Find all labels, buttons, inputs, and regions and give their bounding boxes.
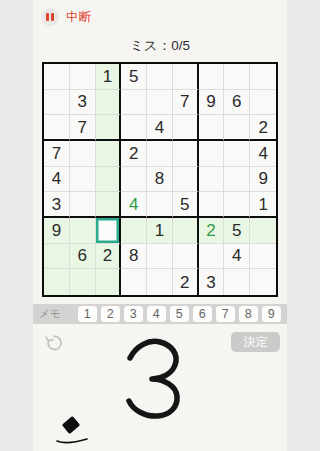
- cell-r7c3[interactable]: [96, 218, 122, 244]
- memo-number-3[interactable]: 3: [124, 306, 144, 322]
- cell-r1c1[interactable]: [44, 64, 70, 90]
- cell-r7c8[interactable]: 5: [224, 218, 250, 244]
- cell-r1c3[interactable]: 1: [96, 64, 122, 90]
- cell-r2c2[interactable]: 3: [70, 90, 96, 116]
- cell-r4c5[interactable]: [147, 141, 173, 167]
- cell-r7c7[interactable]: 2: [199, 218, 225, 244]
- memo-number-9[interactable]: 9: [262, 306, 282, 322]
- cell-r6c7[interactable]: [199, 192, 225, 218]
- cell-r4c7[interactable]: [199, 141, 225, 167]
- cell-r9c3[interactable]: [96, 269, 122, 295]
- cell-r3c8[interactable]: [224, 115, 250, 141]
- cell-r6c9[interactable]: 1: [250, 192, 276, 218]
- cell-r5c4[interactable]: [121, 167, 147, 193]
- cell-r2c4[interactable]: [121, 90, 147, 116]
- cell-r8c7[interactable]: [199, 244, 225, 270]
- cell-r5c6[interactable]: [173, 167, 199, 193]
- confirm-label: 決定: [243, 334, 268, 351]
- cell-r8c4[interactable]: 8: [121, 244, 147, 270]
- cell-r6c6[interactable]: 5: [173, 192, 199, 218]
- cell-r2c5[interactable]: [147, 90, 173, 116]
- cell-r1c8[interactable]: [224, 64, 250, 90]
- cell-r2c1[interactable]: [44, 90, 70, 116]
- cell-r5c3[interactable]: [96, 167, 122, 193]
- cell-r8c6[interactable]: [173, 244, 199, 270]
- cell-r1c5[interactable]: [147, 64, 173, 90]
- cell-r4c2[interactable]: [70, 141, 96, 167]
- cell-r3c3[interactable]: [96, 115, 122, 141]
- cell-r1c6[interactable]: [173, 64, 199, 90]
- cell-r1c7[interactable]: [199, 64, 225, 90]
- cell-r4c1[interactable]: 7: [44, 141, 70, 167]
- cell-r3c6[interactable]: [173, 115, 199, 141]
- cell-r4c3[interactable]: [96, 141, 122, 167]
- confirm-button[interactable]: 決定: [231, 332, 280, 352]
- cell-r7c9[interactable]: [250, 218, 276, 244]
- cell-r6c4[interactable]: 4: [121, 192, 147, 218]
- cell-r6c3[interactable]: [96, 192, 122, 218]
- cell-r9c2[interactable]: [70, 269, 96, 295]
- undo-icon: [43, 332, 65, 354]
- cell-r7c6[interactable]: [173, 218, 199, 244]
- cell-r8c2[interactable]: 6: [70, 244, 96, 270]
- memo-number-4[interactable]: 4: [147, 306, 167, 322]
- cell-r8c8[interactable]: 4: [224, 244, 250, 270]
- memo-number-1[interactable]: 1: [78, 306, 98, 322]
- cell-r9c1[interactable]: [44, 269, 70, 295]
- cell-r1c4[interactable]: 5: [121, 64, 147, 90]
- cell-r5c9[interactable]: 9: [250, 167, 276, 193]
- memo-number-2[interactable]: 2: [101, 306, 121, 322]
- cell-r9c4[interactable]: [121, 269, 147, 295]
- cell-r1c9[interactable]: [250, 64, 276, 90]
- memo-label: メモ: [39, 307, 61, 321]
- cell-r8c1[interactable]: [44, 244, 70, 270]
- cell-r2c8[interactable]: 6: [224, 90, 250, 116]
- pause-button[interactable]: 中断: [41, 8, 91, 26]
- cell-r2c6[interactable]: 7: [173, 90, 199, 116]
- cell-r8c3[interactable]: 2: [96, 244, 122, 270]
- miss-counter: ミス：0/5: [33, 37, 287, 55]
- cell-r7c1[interactable]: 9: [44, 218, 70, 244]
- cell-r3c2[interactable]: 7: [70, 115, 96, 141]
- cell-r1c2[interactable]: [70, 64, 96, 90]
- cell-r5c2[interactable]: [70, 167, 96, 193]
- cell-r7c2[interactable]: [70, 218, 96, 244]
- memo-number-7[interactable]: 7: [216, 306, 236, 322]
- sudoku-grid: 15379674272448934519125628423: [42, 62, 278, 297]
- cell-r8c9[interactable]: [250, 244, 276, 270]
- cell-r7c5[interactable]: 1: [147, 218, 173, 244]
- cell-r5c7[interactable]: [199, 167, 225, 193]
- cell-r5c1[interactable]: 4: [44, 167, 70, 193]
- cell-r3c7[interactable]: [199, 115, 225, 141]
- memo-number-5[interactable]: 5: [170, 306, 190, 322]
- pause-label: 中断: [66, 9, 91, 26]
- cell-r2c7[interactable]: 9: [199, 90, 225, 116]
- eraser-icon: [53, 412, 93, 448]
- cell-r3c9[interactable]: 2: [250, 115, 276, 141]
- cell-r6c1[interactable]: 3: [44, 192, 70, 218]
- memo-number-8[interactable]: 8: [239, 306, 259, 322]
- cell-r9c5[interactable]: [147, 269, 173, 295]
- cell-r6c2[interactable]: [70, 192, 96, 218]
- eraser-button[interactable]: [53, 412, 93, 448]
- cell-r3c1[interactable]: [44, 115, 70, 141]
- cell-r2c3[interactable]: [96, 90, 122, 116]
- cell-r4c9[interactable]: 4: [250, 141, 276, 167]
- cell-r9c6[interactable]: 2: [173, 269, 199, 295]
- cell-r9c9[interactable]: [250, 269, 276, 295]
- cell-r9c7[interactable]: 3: [199, 269, 225, 295]
- cell-r4c8[interactable]: [224, 141, 250, 167]
- cell-r9c8[interactable]: [224, 269, 250, 295]
- memo-number-buttons: 123456789: [78, 306, 282, 322]
- cell-r6c8[interactable]: [224, 192, 250, 218]
- cell-r5c8[interactable]: [224, 167, 250, 193]
- cell-r3c4[interactable]: [121, 115, 147, 141]
- sudoku-app-screen: 中断 ミス：0/5 15379674272448934519125628423 …: [33, 0, 287, 451]
- undo-button[interactable]: [43, 332, 65, 354]
- cell-r6c5[interactable]: [147, 192, 173, 218]
- memo-number-6[interactable]: 6: [193, 306, 213, 322]
- cell-r2c9[interactable]: [250, 90, 276, 116]
- memo-bar: メモ 123456789: [33, 304, 287, 324]
- pause-icon: [41, 8, 59, 26]
- cell-r8c5[interactable]: [147, 244, 173, 270]
- cell-r3c5[interactable]: 4: [147, 115, 173, 141]
- cell-r4c4[interactable]: 2: [121, 141, 147, 167]
- cell-r7c4[interactable]: [121, 218, 147, 244]
- handwritten-digit-stroke: [129, 341, 177, 416]
- cell-r4c6[interactable]: [173, 141, 199, 167]
- cell-r5c5[interactable]: 8: [147, 167, 173, 193]
